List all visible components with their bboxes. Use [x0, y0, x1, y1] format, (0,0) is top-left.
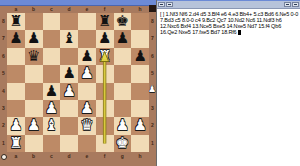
- board-corner-top-left: [0, 6, 7, 13]
- file-label-d-bottom: d: [60, 152, 78, 160]
- square-f8[interactable]: ♜: [96, 13, 114, 30]
- square-a1[interactable]: ♜: [7, 135, 25, 152]
- square-b3[interactable]: [25, 100, 43, 117]
- square-h1[interactable]: [131, 135, 149, 152]
- square-e8[interactable]: [78, 13, 96, 30]
- square-b6[interactable]: ♛: [25, 48, 43, 65]
- black-king-g8[interactable]: ♚: [114, 13, 132, 30]
- rank-label-4-left: 4: [0, 83, 7, 100]
- file-label-c-bottom: c: [43, 152, 61, 160]
- black-pawn-a7[interactable]: ♟: [7, 30, 25, 47]
- rank-label-7-left: 7: [0, 30, 7, 47]
- white-pawn-e3[interactable]: ♟: [78, 100, 96, 117]
- square-g6[interactable]: [114, 48, 132, 65]
- square-b2[interactable]: ♟: [25, 117, 43, 134]
- square-d4[interactable]: ♟: [60, 83, 78, 100]
- rank-label-8-right: 8: [149, 13, 156, 30]
- white-pawn-d4[interactable]: ♟: [60, 83, 78, 100]
- side-to-move-pawn-icon: ♟: [148, 84, 157, 94]
- black-pawn-h6[interactable]: ♟: [131, 48, 149, 65]
- square-f6[interactable]: ♜: [96, 48, 114, 65]
- white-king-g1[interactable]: ♚: [114, 135, 132, 152]
- square-c2[interactable]: ♝: [43, 117, 61, 134]
- square-a3[interactable]: [7, 100, 25, 117]
- white-pawn-a2[interactable]: ♟: [7, 117, 25, 134]
- square-g7[interactable]: ♟: [114, 30, 132, 47]
- black-pawn-f7[interactable]: ♟: [96, 30, 114, 47]
- square-h5[interactable]: [131, 65, 149, 82]
- black-pawn-d5[interactable]: ♟: [60, 65, 78, 82]
- file-label-c-top: c: [43, 6, 61, 13]
- white-queen-e2[interactable]: ♛: [78, 117, 96, 134]
- square-d1[interactable]: [60, 135, 78, 152]
- square-d2[interactable]: [60, 117, 78, 134]
- square-h3[interactable]: [131, 100, 149, 117]
- file-label-a-bottom: a: [7, 152, 25, 160]
- board-corner-chip-icon: [149, 5, 156, 12]
- square-d5[interactable]: ♟: [60, 65, 78, 82]
- file-label-b-top: b: [25, 6, 43, 13]
- square-a5[interactable]: [7, 65, 25, 82]
- square-h7[interactable]: [131, 30, 149, 47]
- square-c5[interactable]: [43, 65, 61, 82]
- file-label-b-bottom: b: [25, 152, 43, 160]
- square-f3[interactable]: [96, 100, 114, 117]
- white-pawn-e5[interactable]: ♟: [78, 65, 96, 82]
- white-rook-f6[interactable]: ♜: [96, 48, 114, 65]
- square-h4[interactable]: [131, 83, 149, 100]
- rank-label-3-right: 3: [149, 100, 156, 117]
- notation-pane-control-left-1-button[interactable]: [158, 2, 165, 7]
- square-e3[interactable]: ♟: [78, 100, 96, 117]
- board-pane: abcdefgh 87654321 ♜♜♚♟♟♝♟♟♛♟♜♟♟♟♟♟♟♟♟♟♝♛…: [0, 0, 156, 166]
- rank-label-1-right: 1: [149, 135, 156, 152]
- file-label-g-bottom: g: [114, 152, 132, 160]
- move-list-text[interactable]: [ ] 1.Nf3 Nf6 2.d4 d5 3.Bf4 e6 4.e3 Bb4+…: [160, 11, 298, 35]
- square-c4[interactable]: ♟: [43, 83, 61, 100]
- rank-label-8-left: 8: [0, 13, 7, 30]
- file-label-h-top: h: [131, 6, 149, 13]
- notation-pane: [ ] 1.Nf3 Nf6 2.d4 d5 3.Bf4 e6 4.e3 Bb4+…: [156, 0, 300, 166]
- square-e2[interactable]: ♛: [78, 117, 96, 134]
- square-b7[interactable]: ♟: [25, 30, 43, 47]
- square-f4[interactable]: [96, 83, 114, 100]
- black-rook-f8[interactable]: ♜: [96, 13, 114, 30]
- black-pawn-b7[interactable]: ♟: [25, 30, 43, 47]
- square-e1[interactable]: [78, 135, 96, 152]
- board-coords-left: 87654321: [0, 13, 7, 152]
- file-label-h-bottom: h: [131, 152, 149, 160]
- rank-label-2-right: 2: [149, 117, 156, 134]
- notation-pane-control-left-2-button[interactable]: [166, 2, 173, 7]
- notation-move-list[interactable]: [ ] 1.Nf3 Nf6 2.d4 d5 3.Bf4 e6 4.e3 Bb4+…: [157, 9, 300, 166]
- square-e7[interactable]: [78, 30, 96, 47]
- board-squares: ♜♜♚♟♟♝♟♟♛♟♜♟♟♟♟♟♟♟♟♟♝♛♟♟♜♚: [7, 13, 149, 152]
- notation-pane-header[interactable]: [157, 0, 300, 9]
- square-c3[interactable]: ♟: [43, 100, 61, 117]
- square-c8[interactable]: [43, 13, 61, 30]
- square-h8[interactable]: [131, 13, 149, 30]
- side-to-move-circle-icon: [1, 154, 7, 160]
- square-g2[interactable]: ♟: [114, 117, 132, 134]
- square-d7[interactable]: ♝: [60, 30, 78, 47]
- black-pawn-e6[interactable]: ♟: [78, 48, 96, 65]
- chess-app-window: abcdefgh 87654321 ♜♜♚♟♟♝♟♟♛♟♜♟♟♟♟♟♟♟♟♟♝♛…: [0, 0, 300, 166]
- square-h2[interactable]: ♟: [131, 117, 149, 134]
- square-g8[interactable]: ♚: [114, 13, 132, 30]
- file-label-e-top: e: [78, 6, 96, 13]
- square-g1[interactable]: ♚: [114, 135, 132, 152]
- square-a2[interactable]: ♟: [7, 117, 25, 134]
- black-pawn-c4[interactable]: ♟: [43, 83, 61, 100]
- square-f1[interactable]: [96, 135, 114, 152]
- rank-label-5-right: 5: [149, 65, 156, 82]
- square-g4[interactable]: [114, 83, 132, 100]
- square-e6[interactable]: ♟: [78, 48, 96, 65]
- text-cursor: [238, 30, 241, 35]
- white-pawn-g2[interactable]: ♟: [114, 117, 132, 134]
- square-c1[interactable]: [43, 135, 61, 152]
- square-b5[interactable]: [25, 65, 43, 82]
- square-g5[interactable]: [114, 65, 132, 82]
- square-d6[interactable]: [60, 48, 78, 65]
- file-label-e-bottom: e: [78, 152, 96, 160]
- square-d8[interactable]: [60, 13, 78, 30]
- board-coords-top: abcdefgh: [0, 6, 156, 13]
- square-c6[interactable]: [43, 48, 61, 65]
- square-d3[interactable]: [60, 100, 78, 117]
- rank-label-1-left: 1: [0, 135, 7, 152]
- white-rook-a1[interactable]: ♜: [7, 135, 25, 152]
- square-b4[interactable]: [25, 83, 43, 100]
- square-e5[interactable]: ♟: [78, 65, 96, 82]
- square-b1[interactable]: [25, 135, 43, 152]
- square-e4[interactable]: [78, 83, 96, 100]
- notation-pane-minimize-button[interactable]: [284, 2, 291, 7]
- square-g3[interactable]: [114, 100, 132, 117]
- black-queen-b6[interactable]: ♛: [25, 48, 43, 65]
- square-a4[interactable]: [7, 83, 25, 100]
- white-bishop-c2[interactable]: ♝: [43, 117, 61, 134]
- black-pawn-g7[interactable]: ♟: [114, 30, 132, 47]
- black-rook-a8[interactable]: ♜: [7, 13, 25, 30]
- white-pawn-c3[interactable]: ♟: [43, 100, 61, 117]
- square-a8[interactable]: ♜: [7, 13, 25, 30]
- rank-label-2-left: 2: [0, 117, 7, 134]
- rank-label-3-left: 3: [0, 100, 7, 117]
- black-bishop-d7[interactable]: ♝: [60, 30, 78, 47]
- square-a7[interactable]: ♟: [7, 30, 25, 47]
- white-pawn-b2[interactable]: ♟: [25, 117, 43, 134]
- file-label-f-bottom: f: [96, 152, 114, 160]
- board-coords-right: 87654321: [149, 13, 156, 152]
- notation-pane-close-button[interactable]: [292, 2, 299, 7]
- rank-label-6-right: 6: [149, 48, 156, 65]
- white-pawn-h2[interactable]: ♟: [131, 117, 149, 134]
- rank-label-6-left: 6: [0, 48, 7, 65]
- rank-label-7-right: 7: [149, 30, 156, 47]
- rank-label-5-left: 5: [0, 65, 7, 82]
- square-c7[interactable]: [43, 30, 61, 47]
- square-f2[interactable]: [96, 117, 114, 134]
- square-h6[interactable]: ♟: [131, 48, 149, 65]
- file-label-d-top: d: [60, 6, 78, 13]
- board-coords-bottom: abcdefgh: [0, 152, 156, 166]
- square-b8[interactable]: [25, 13, 43, 30]
- square-f5[interactable]: [96, 65, 114, 82]
- square-a6[interactable]: [7, 48, 25, 65]
- square-f7[interactable]: ♟: [96, 30, 114, 47]
